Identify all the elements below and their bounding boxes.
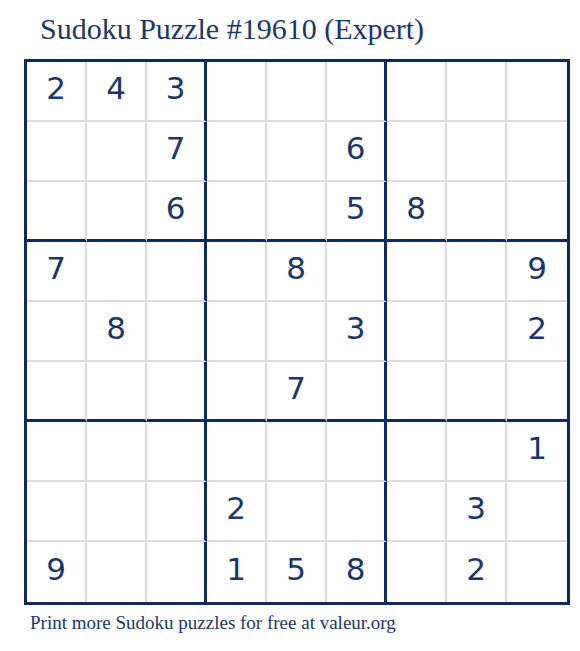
page-title: Sudoku Puzzle #19610 (Expert): [40, 12, 424, 45]
cell-r8c8: 3: [447, 482, 507, 542]
cell-r4c7: [387, 242, 447, 302]
sudoku-board: 24376658789832712391582: [24, 59, 570, 605]
cell-r7c3: [147, 422, 207, 482]
cell-r6c2: [87, 362, 147, 422]
cell-r3c7: 8: [387, 182, 447, 242]
cell-r5c9: 2: [507, 302, 567, 362]
cell-r7c5: [267, 422, 327, 482]
cell-r6c3: [147, 362, 207, 422]
cell-r6c4: [207, 362, 267, 422]
cell-r1c9: [507, 62, 567, 122]
cell-r7c2: [87, 422, 147, 482]
cell-r2c9: [507, 122, 567, 182]
cell-r5c5: [267, 302, 327, 362]
cell-r9c2: [87, 542, 147, 602]
cell-r7c4: [207, 422, 267, 482]
cell-r3c1: [27, 182, 87, 242]
cell-r8c6: [327, 482, 387, 542]
cell-r1c7: [387, 62, 447, 122]
sudoku-print-page: Sudoku Puzzle #19610 (Expert) 2437665878…: [0, 0, 580, 651]
cell-r2c5: [267, 122, 327, 182]
cell-r4c6: [327, 242, 387, 302]
cell-r9c5: 5: [267, 542, 327, 602]
cell-r2c4: [207, 122, 267, 182]
cell-r8c2: [87, 482, 147, 542]
cell-r8c1: [27, 482, 87, 542]
footer-text: Print more Sudoku puzzles for free at va…: [30, 612, 396, 634]
cell-r3c8: [447, 182, 507, 242]
cell-r9c8: 2: [447, 542, 507, 602]
cell-r9c1: 9: [27, 542, 87, 602]
cell-r7c8: [447, 422, 507, 482]
cell-r6c7: [387, 362, 447, 422]
cell-r8c4: 2: [207, 482, 267, 542]
cell-r2c8: [447, 122, 507, 182]
cell-r3c9: [507, 182, 567, 242]
cell-r4c9: 9: [507, 242, 567, 302]
cell-r2c1: [27, 122, 87, 182]
cell-r9c7: [387, 542, 447, 602]
cell-r3c3: 6: [147, 182, 207, 242]
cell-r5c6: 3: [327, 302, 387, 362]
cell-r2c6: 6: [327, 122, 387, 182]
cell-r1c8: [447, 62, 507, 122]
cell-r7c6: [327, 422, 387, 482]
cell-r4c4: [207, 242, 267, 302]
cell-r5c7: [387, 302, 447, 362]
cell-r3c2: [87, 182, 147, 242]
cell-r9c9: [507, 542, 567, 602]
cell-r7c7: [387, 422, 447, 482]
cell-r2c7: [387, 122, 447, 182]
cell-r8c7: [387, 482, 447, 542]
sudoku-grid: 24376658789832712391582: [27, 62, 567, 602]
cell-r4c5: 8: [267, 242, 327, 302]
cell-r6c9: [507, 362, 567, 422]
cell-r2c3: 7: [147, 122, 207, 182]
cell-r1c5: [267, 62, 327, 122]
cell-r4c1: 7: [27, 242, 87, 302]
cell-r1c4: [207, 62, 267, 122]
cell-r4c2: [87, 242, 147, 302]
cell-r1c2: 4: [87, 62, 147, 122]
cell-r5c1: [27, 302, 87, 362]
cell-r1c6: [327, 62, 387, 122]
cell-r5c4: [207, 302, 267, 362]
cell-r6c1: [27, 362, 87, 422]
cell-r2c2: [87, 122, 147, 182]
cell-r6c5: 7: [267, 362, 327, 422]
cell-r3c4: [207, 182, 267, 242]
cell-r1c1: 2: [27, 62, 87, 122]
cell-r5c8: [447, 302, 507, 362]
cell-r9c6: 8: [327, 542, 387, 602]
cell-r9c4: 1: [207, 542, 267, 602]
cell-r6c6: [327, 362, 387, 422]
cell-r7c9: 1: [507, 422, 567, 482]
cell-r4c3: [147, 242, 207, 302]
cell-r5c3: [147, 302, 207, 362]
cell-r8c3: [147, 482, 207, 542]
cell-r1c3: 3: [147, 62, 207, 122]
cell-r7c1: [27, 422, 87, 482]
cell-r9c3: [147, 542, 207, 602]
cell-r4c8: [447, 242, 507, 302]
cell-r5c2: 8: [87, 302, 147, 362]
cell-r6c8: [447, 362, 507, 422]
cell-r3c6: 5: [327, 182, 387, 242]
cell-r8c5: [267, 482, 327, 542]
cell-r3c5: [267, 182, 327, 242]
cell-r8c9: [507, 482, 567, 542]
